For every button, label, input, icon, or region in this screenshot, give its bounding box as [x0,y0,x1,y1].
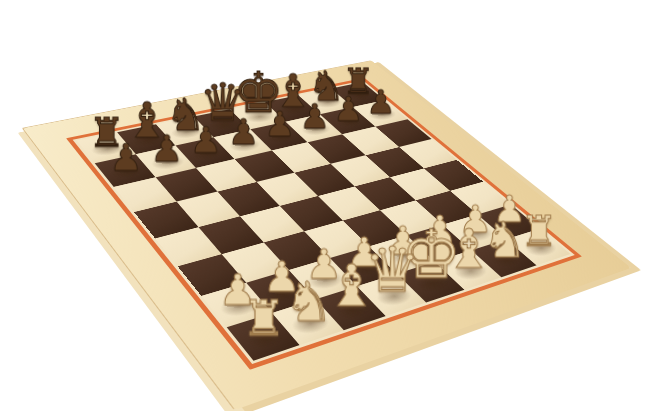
piece-anchor: ♜ [227,313,300,361]
board-grid: ♜♝♞♛♚♝♞♜♟♟♟♟♟♟♟♟♟♟♟♟♟♟♟♟♜♞♝♛♚♝♞♜ [77,82,571,361]
inner-margin: ♜♝♞♛♚♝♞♜♟♟♟♟♟♟♟♟♟♟♟♟♟♟♟♟♜♞♝♛♚♝♞♜ [73,80,575,364]
square-g4[interactable] [390,168,450,200]
square-a7[interactable]: ♟ [95,154,156,187]
product-photo: Chess ♜♝♞♛♚♝♞♜♟♟♟♟♟♟♟♟♟♟♟♟♟♟♟♟♜♞♝♛♚♝♞♜ [0,0,660,411]
board-tilt-wrapper: ♜♝♞♛♚♝♞♜♟♟♟♟♟♟♟♟♟♟♟♟♟♟♟♟♜♞♝♛♚♝♞♜ [0,0,660,411]
accent-border: ♜♝♞♛♚♝♞♜♟♟♟♟♟♟♟♟♟♟♟♟♟♟♟♟♜♞♝♛♚♝♞♜ [66,78,582,370]
piece-anchor: ♟ [95,154,156,187]
square-a1[interactable]: ♜ [227,313,300,361]
chess-board: ♜♝♞♛♚♝♞♜♟♟♟♟♟♟♟♟♟♟♟♟♟♟♟♟♜♞♝♛♚♝♞♜ [22,60,631,410]
perspective-wrapper: ♜♝♞♛♚♝♞♜♟♟♟♟♟♟♟♟♟♟♟♟♟♟♟♟♜♞♝♛♚♝♞♜ [64,0,572,411]
